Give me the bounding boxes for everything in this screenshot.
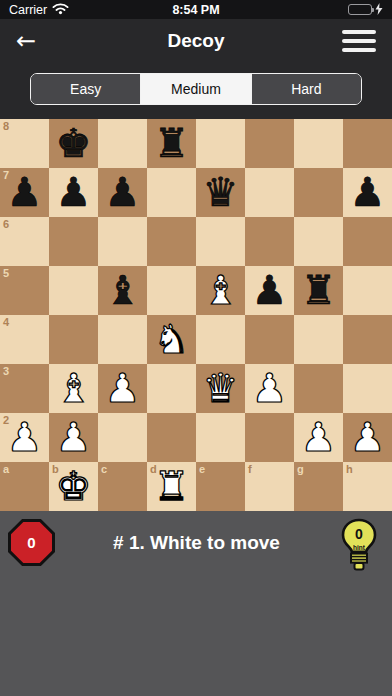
square-f2[interactable] — [245, 413, 294, 462]
square-f4[interactable] — [245, 315, 294, 364]
square-e5[interactable]: ♝ — [196, 266, 245, 315]
mistakes-count: 0 — [11, 522, 52, 563]
square-e8[interactable] — [196, 119, 245, 168]
piece-black-q: ♛ — [196, 168, 245, 217]
footer-bar: 0 # 1. White to move 0 hint — [0, 511, 392, 696]
square-h2[interactable]: ♟ — [343, 413, 392, 462]
square-g8[interactable] — [294, 119, 343, 168]
square-f6[interactable] — [245, 217, 294, 266]
square-d7[interactable] — [147, 168, 196, 217]
piece-white-p: ♟ — [294, 413, 343, 462]
square-g7[interactable] — [294, 168, 343, 217]
square-f1[interactable]: f — [245, 462, 294, 511]
piece-white-n: ♞ — [147, 315, 196, 364]
square-g3[interactable] — [294, 364, 343, 413]
piece-black-r: ♜ — [147, 119, 196, 168]
coordinate-label: 5 — [3, 267, 9, 279]
square-f8[interactable] — [245, 119, 294, 168]
charging-bolt-icon — [375, 1, 383, 19]
hamburger-icon — [342, 30, 376, 34]
square-b6[interactable] — [49, 217, 98, 266]
tab-hard[interactable]: Hard — [252, 74, 361, 104]
square-h4[interactable] — [343, 315, 392, 364]
square-e2[interactable] — [196, 413, 245, 462]
square-h3[interactable] — [343, 364, 392, 413]
square-a3[interactable]: 3 — [0, 364, 49, 413]
piece-white-p: ♟ — [49, 413, 98, 462]
lightbulb-icon: 0 hint — [338, 517, 380, 575]
piece-black-k: ♚ — [49, 119, 98, 168]
app-screen: Carrier 8:54 PM ← Decoy — [0, 0, 392, 696]
square-e3[interactable]: ♛ — [196, 364, 245, 413]
page-title: Decoy — [0, 30, 392, 52]
square-a5[interactable]: 5 — [0, 266, 49, 315]
square-c1[interactable]: c — [98, 462, 147, 511]
square-b1[interactable]: b♚ — [49, 462, 98, 511]
piece-white-p: ♟ — [98, 364, 147, 413]
square-d5[interactable] — [147, 266, 196, 315]
square-b2[interactable]: ♟ — [49, 413, 98, 462]
square-e6[interactable] — [196, 217, 245, 266]
piece-black-p: ♟ — [245, 266, 294, 315]
square-b7[interactable]: ♟ — [49, 168, 98, 217]
battery-icon — [348, 4, 372, 15]
coordinate-label: a — [3, 463, 9, 475]
square-a8[interactable]: 8 — [0, 119, 49, 168]
square-g1[interactable]: g — [294, 462, 343, 511]
piece-white-b: ♝ — [49, 364, 98, 413]
wifi-icon — [52, 1, 69, 19]
tab-easy[interactable]: Easy — [31, 74, 141, 104]
coordinate-label: 3 — [3, 365, 9, 377]
square-e7[interactable]: ♛ — [196, 168, 245, 217]
puzzle-status-text: # 1. White to move — [55, 532, 338, 554]
square-c5[interactable]: ♝ — [98, 266, 147, 315]
coordinate-label: 8 — [3, 120, 9, 132]
square-f3[interactable]: ♟ — [245, 364, 294, 413]
square-d4[interactable]: ♞ — [147, 315, 196, 364]
square-h1[interactable]: h — [343, 462, 392, 511]
piece-black-b: ♝ — [98, 266, 147, 315]
square-e4[interactable] — [196, 315, 245, 364]
square-b3[interactable]: ♝ — [49, 364, 98, 413]
square-c7[interactable]: ♟ — [98, 168, 147, 217]
piece-white-q: ♛ — [196, 364, 245, 413]
square-e1[interactable]: e — [196, 462, 245, 511]
coordinate-label: b — [52, 463, 59, 475]
status-bar: Carrier 8:54 PM — [0, 0, 392, 19]
coordinate-label: f — [248, 463, 252, 475]
square-b8[interactable]: ♚ — [49, 119, 98, 168]
nav-bar: ← Decoy — [0, 19, 392, 62]
hint-label: hint — [353, 544, 366, 551]
square-b5[interactable] — [49, 266, 98, 315]
coordinate-label: 6 — [3, 218, 9, 230]
segmented-control: Easy Medium Hard — [30, 73, 362, 105]
square-d3[interactable] — [147, 364, 196, 413]
carrier-label: Carrier — [9, 3, 47, 17]
square-c3[interactable]: ♟ — [98, 364, 147, 413]
hint-button[interactable]: 0 hint — [338, 517, 380, 579]
square-a4[interactable]: 4 — [0, 315, 49, 364]
piece-white-b: ♝ — [196, 266, 245, 315]
square-h5[interactable] — [343, 266, 392, 315]
back-button[interactable]: ← — [16, 29, 36, 53]
coordinate-label: h — [346, 463, 353, 475]
coordinate-label: 7 — [3, 169, 9, 181]
coordinate-label: 2 — [3, 414, 9, 426]
square-d6[interactable] — [147, 217, 196, 266]
coordinate-label: c — [101, 463, 107, 475]
piece-white-p: ♟ — [245, 364, 294, 413]
square-a2[interactable]: 2♟ — [0, 413, 49, 462]
coordinate-label: 4 — [3, 316, 9, 328]
tab-medium[interactable]: Medium — [141, 74, 251, 104]
piece-black-p: ♟ — [49, 168, 98, 217]
square-c6[interactable] — [98, 217, 147, 266]
square-c8[interactable] — [98, 119, 147, 168]
square-c4[interactable] — [98, 315, 147, 364]
square-b4[interactable] — [49, 315, 98, 364]
square-a1[interactable]: a — [0, 462, 49, 511]
mistakes-badge: 0 — [8, 519, 55, 566]
coordinate-label: g — [297, 463, 304, 475]
piece-white-p: ♟ — [343, 413, 392, 462]
piece-black-p: ♟ — [343, 168, 392, 217]
square-a7[interactable]: 7♟ — [0, 168, 49, 217]
square-h8[interactable] — [343, 119, 392, 168]
square-c2[interactable] — [98, 413, 147, 462]
piece-black-r: ♜ — [294, 266, 343, 315]
square-f7[interactable] — [245, 168, 294, 217]
difficulty-tabs: Easy Medium Hard — [0, 62, 392, 119]
square-d1[interactable]: d♜ — [147, 462, 196, 511]
square-d8[interactable]: ♜ — [147, 119, 196, 168]
square-d2[interactable] — [147, 413, 196, 462]
square-h6[interactable] — [343, 217, 392, 266]
square-g5[interactable]: ♜ — [294, 266, 343, 315]
square-h7[interactable]: ♟ — [343, 168, 392, 217]
coordinate-label: e — [199, 463, 205, 475]
square-a6[interactable]: 6 — [0, 217, 49, 266]
square-g2[interactable]: ♟ — [294, 413, 343, 462]
square-g4[interactable] — [294, 315, 343, 364]
menu-button[interactable] — [342, 28, 376, 54]
coordinate-label: d — [150, 463, 157, 475]
square-g6[interactable] — [294, 217, 343, 266]
hints-count: 0 — [355, 526, 363, 542]
piece-black-p: ♟ — [98, 168, 147, 217]
chess-board: 8♚♜7♟♟♟♛♟65♝♝♟♜4♞3♝♟♛♟2♟♟♟♟ab♚cd♜efgh — [0, 119, 392, 511]
square-f5[interactable]: ♟ — [245, 266, 294, 315]
